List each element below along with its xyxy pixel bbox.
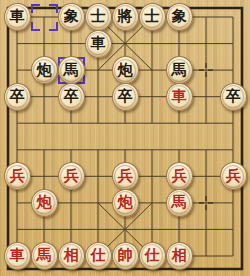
red-soldier-c4[interactable]: 兵	[58, 162, 85, 190]
point-d8[interactable]	[85, 57, 112, 84]
point-e2[interactable]	[112, 216, 139, 243]
point-f4[interactable]	[139, 163, 166, 190]
point-g1[interactable]: 相	[166, 243, 193, 270]
point-b9[interactable]	[31, 30, 58, 57]
red-chariot-g7[interactable]: 車	[166, 83, 193, 111]
point-g9[interactable]	[166, 30, 193, 57]
point-c5[interactable]	[58, 136, 85, 163]
point-c3[interactable]	[58, 190, 85, 217]
point-b7[interactable]	[31, 83, 58, 110]
point-e3[interactable]: 炮	[112, 190, 139, 217]
black-soldier-a7[interactable]: 卒	[4, 83, 31, 111]
point-d6[interactable]	[85, 110, 112, 137]
point-f1[interactable]: 仕	[139, 243, 166, 270]
red-advisor-d1[interactable]: 仕	[85, 242, 112, 270]
point-h5[interactable]	[193, 136, 220, 163]
point-h3[interactable]	[193, 190, 220, 217]
red-cannon-e3[interactable]: 炮	[112, 189, 139, 217]
point-i2[interactable]	[220, 216, 247, 243]
point-a1[interactable]: 車	[4, 243, 31, 270]
point-h8[interactable]	[193, 57, 220, 84]
point-c10[interactable]: 象	[58, 4, 85, 31]
point-g3[interactable]: 馬	[166, 190, 193, 217]
point-h9[interactable]	[193, 30, 220, 57]
point-g4[interactable]: 兵	[166, 163, 193, 190]
point-e1[interactable]: 帥	[112, 243, 139, 270]
black-advisor-d10[interactable]: 士	[85, 3, 112, 31]
red-soldier-e4[interactable]: 兵	[112, 162, 139, 190]
point-i9[interactable]	[220, 30, 247, 57]
point-a4[interactable]: 兵	[4, 163, 31, 190]
point-d1[interactable]: 仕	[85, 243, 112, 270]
point-a7[interactable]: 卒	[4, 83, 31, 110]
point-c6[interactable]	[58, 110, 85, 137]
point-f9[interactable]	[139, 30, 166, 57]
point-c4[interactable]: 兵	[58, 163, 85, 190]
point-e5[interactable]	[112, 136, 139, 163]
point-b4[interactable]	[31, 163, 58, 190]
point-e8[interactable]: 炮	[112, 57, 139, 84]
point-i6[interactable]	[220, 110, 247, 137]
point-g10[interactable]: 象	[166, 4, 193, 31]
point-b3[interactable]: 炮	[31, 190, 58, 217]
point-b2[interactable]	[31, 216, 58, 243]
red-general-e1[interactable]: 帥	[112, 242, 139, 270]
red-soldier-g4[interactable]: 兵	[166, 162, 193, 190]
point-b6[interactable]	[31, 110, 58, 137]
point-b10[interactable]	[31, 4, 58, 31]
point-b1[interactable]: 馬	[31, 243, 58, 270]
black-horse-g8[interactable]: 馬	[166, 56, 193, 84]
point-f3[interactable]	[139, 190, 166, 217]
point-c8[interactable]: 馬	[58, 57, 85, 84]
point-i8[interactable]	[220, 57, 247, 84]
red-horse-g3[interactable]: 馬	[166, 189, 193, 217]
point-b5[interactable]	[31, 136, 58, 163]
point-g7[interactable]: 車	[166, 83, 193, 110]
point-a6[interactable]	[4, 110, 31, 137]
point-e7[interactable]: 卒	[112, 83, 139, 110]
point-e10[interactable]: 將	[112, 4, 139, 31]
point-h2[interactable]	[193, 216, 220, 243]
point-h10[interactable]	[193, 4, 220, 31]
point-f2[interactable]	[139, 216, 166, 243]
point-g5[interactable]	[166, 136, 193, 163]
red-soldier-a4[interactable]: 兵	[4, 162, 31, 190]
point-d7[interactable]	[85, 83, 112, 110]
point-d4[interactable]	[85, 163, 112, 190]
point-c2[interactable]	[58, 216, 85, 243]
point-g6[interactable]	[166, 110, 193, 137]
red-chariot-a1[interactable]: 車	[4, 242, 31, 270]
point-e6[interactable]	[112, 110, 139, 137]
black-soldier-c7[interactable]: 卒	[58, 83, 85, 111]
black-soldier-i7[interactable]: 卒	[220, 83, 247, 111]
point-a9[interactable]	[4, 30, 31, 57]
point-d5[interactable]	[85, 136, 112, 163]
point-c9[interactable]	[58, 30, 85, 57]
board-intersections: 車象士將士象車炮馬炮馬卒卒卒車卒兵兵兵兵兵炮炮馬車馬相仕帥仕相	[4, 4, 247, 269]
point-a3[interactable]	[4, 190, 31, 217]
point-i10[interactable]	[220, 4, 247, 31]
point-b8[interactable]: 炮	[31, 57, 58, 84]
point-g8[interactable]: 馬	[166, 57, 193, 84]
point-f8[interactable]	[139, 57, 166, 84]
point-i3[interactable]	[220, 190, 247, 217]
point-a10[interactable]: 車	[4, 4, 31, 31]
red-advisor-f1[interactable]: 仕	[139, 242, 166, 270]
black-elephant-c10[interactable]: 象	[58, 3, 85, 31]
point-a2[interactable]	[4, 216, 31, 243]
point-i4[interactable]: 兵	[220, 163, 247, 190]
point-h6[interactable]	[193, 110, 220, 137]
black-general-e10[interactable]: 將	[112, 3, 139, 31]
red-horse-b1[interactable]: 馬	[31, 242, 58, 270]
black-cannon-e8[interactable]: 炮	[112, 56, 139, 84]
xiangqi-board: 車象士將士象車炮馬炮馬卒卒卒車卒兵兵兵兵兵炮炮馬車馬相仕帥仕相	[0, 0, 250, 276]
point-h4[interactable]	[193, 163, 220, 190]
black-chariot-d9[interactable]: 車	[85, 30, 112, 58]
point-h1[interactable]	[193, 243, 220, 270]
point-d3[interactable]	[85, 190, 112, 217]
red-elephant-c1[interactable]: 相	[58, 242, 85, 270]
black-chariot-a10[interactable]: 車	[4, 3, 31, 31]
point-a5[interactable]	[4, 136, 31, 163]
black-soldier-e7[interactable]: 卒	[112, 83, 139, 111]
red-soldier-i4[interactable]: 兵	[220, 162, 247, 190]
point-i7[interactable]: 卒	[220, 83, 247, 110]
point-e9[interactable]	[112, 30, 139, 57]
point-i5[interactable]	[220, 136, 247, 163]
point-a8[interactable]	[4, 57, 31, 84]
black-advisor-f10[interactable]: 士	[139, 3, 166, 31]
point-i1[interactable]	[220, 243, 247, 270]
point-h7[interactable]	[193, 83, 220, 110]
black-elephant-g10[interactable]: 象	[166, 3, 193, 31]
point-d9[interactable]: 車	[85, 30, 112, 57]
point-c1[interactable]: 相	[58, 243, 85, 270]
point-f10[interactable]: 士	[139, 4, 166, 31]
point-e4[interactable]: 兵	[112, 163, 139, 190]
point-g2[interactable]	[166, 216, 193, 243]
point-f6[interactable]	[139, 110, 166, 137]
black-cannon-b8[interactable]: 炮	[31, 56, 58, 84]
point-c7[interactable]: 卒	[58, 83, 85, 110]
point-d2[interactable]	[85, 216, 112, 243]
red-cannon-b3[interactable]: 炮	[31, 189, 58, 217]
point-d10[interactable]: 士	[85, 4, 112, 31]
red-elephant-g1[interactable]: 相	[166, 242, 193, 270]
point-f7[interactable]	[139, 83, 166, 110]
black-horse-c8[interactable]: 馬	[58, 56, 85, 84]
point-f5[interactable]	[139, 136, 166, 163]
